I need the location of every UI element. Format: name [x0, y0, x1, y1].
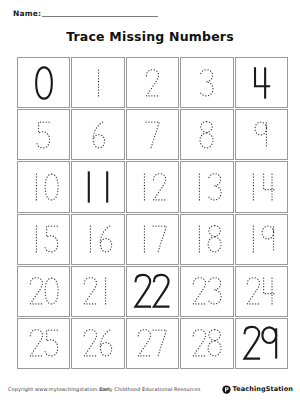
number-cell-6: [71, 109, 124, 160]
number-27-dotted-glyph: [133, 324, 171, 362]
number-cell-7: [126, 109, 179, 160]
number-cell-19: [235, 214, 288, 265]
number-cell-28: [180, 318, 233, 369]
number-cell-9: [235, 109, 288, 160]
number-cell-3: [180, 57, 233, 108]
number-7-dotted-glyph: [141, 116, 164, 154]
number-cell-13: [180, 161, 233, 212]
number-12-dotted-glyph: [133, 168, 171, 206]
number-cell-15: [17, 214, 70, 265]
number-16-dotted-glyph: [79, 220, 117, 258]
number-29-solid-glyph: [238, 320, 284, 366]
number-24-dotted-glyph: [242, 272, 280, 310]
number-13-dotted-glyph: [188, 168, 226, 206]
worksheet-grid: [17, 57, 288, 369]
number-11-solid-glyph: [75, 164, 121, 210]
number-cell-25: [17, 318, 70, 369]
number-cell-8: [180, 109, 233, 160]
number-cell-24: [235, 266, 288, 317]
footer: Copyright www.myteachingstation.com Earl…: [0, 383, 300, 395]
number-21-dotted-glyph: [79, 272, 117, 310]
number-14-dotted-glyph: [242, 168, 280, 206]
number-cell-17: [126, 214, 179, 265]
name-label: Name:: [13, 9, 41, 18]
number-22-solid-glyph: [129, 268, 175, 314]
number-cell-5: [17, 109, 70, 160]
number-cell-29: [235, 318, 288, 369]
number-15-dotted-glyph: [25, 220, 63, 258]
number-28-dotted-glyph: [188, 324, 226, 362]
number-cell-27: [126, 318, 179, 369]
number-cell-16: [71, 214, 124, 265]
number-cell-0: [17, 57, 70, 108]
number-3-dotted-glyph: [195, 64, 218, 102]
number-5-dotted-glyph: [32, 116, 55, 154]
number-4-solid-glyph: [247, 60, 275, 106]
name-row: Name:: [13, 9, 158, 18]
number-17-dotted-glyph: [133, 220, 171, 258]
brand-text: TeachingStation: [233, 385, 293, 393]
worksheet-page: Name: Trace Missing Numbers Copyright ww…: [0, 0, 300, 400]
number-cell-14: [235, 161, 288, 212]
number-19-dotted-glyph: [242, 220, 280, 258]
number-6-dotted-glyph: [87, 116, 110, 154]
number-23-dotted-glyph: [188, 272, 226, 310]
number-cell-12: [126, 161, 179, 212]
number-cell-1: [71, 57, 124, 108]
number-cell-22: [126, 266, 179, 317]
name-fill-line: [42, 16, 158, 17]
number-0-solid-glyph: [30, 60, 58, 106]
number-25-dotted-glyph: [25, 324, 63, 362]
number-cell-2: [126, 57, 179, 108]
teachingstation-logo-icon: [222, 385, 231, 394]
number-cell-23: [180, 266, 233, 317]
number-cell-21: [71, 266, 124, 317]
number-10-dotted-glyph: [25, 168, 63, 206]
number-8-dotted-glyph: [195, 116, 218, 154]
number-20-dotted-glyph: [25, 272, 63, 310]
worksheet-title: Trace Missing Numbers: [0, 29, 300, 44]
number-cell-18: [180, 214, 233, 265]
number-18-dotted-glyph: [188, 220, 226, 258]
brand: TeachingStation: [222, 385, 293, 394]
number-9-dotted-glyph: [250, 116, 273, 154]
number-cell-11: [71, 161, 124, 212]
number-1-dotted-glyph: [87, 64, 110, 102]
number-cell-26: [71, 318, 124, 369]
number-cell-20: [17, 266, 70, 317]
number-cell-4: [235, 57, 288, 108]
number-26-dotted-glyph: [79, 324, 117, 362]
number-cell-10: [17, 161, 70, 212]
number-2-dotted-glyph: [141, 64, 164, 102]
